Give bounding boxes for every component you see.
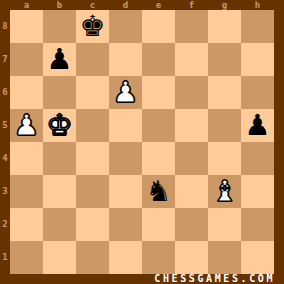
file-label-d: d [109,0,142,10]
square-b6 [43,76,76,109]
square-f3 [175,175,208,208]
square-d4 [109,142,142,175]
square-f1 [175,241,208,274]
black-pawn: ♟ [241,109,274,142]
square-d1 [109,241,142,274]
file-label-a: a [10,0,43,10]
black-pawn: ♟ [43,43,76,76]
square-c4 [76,142,109,175]
square-a3 [10,175,43,208]
square-e5 [142,109,175,142]
square-g2 [208,208,241,241]
square-g6 [208,76,241,109]
square-c2 [76,208,109,241]
square-d8 [109,10,142,43]
white-king: ♚ [43,109,76,142]
white-bishop: ♝ [208,175,241,208]
site-logo-text[interactable]: CHESSGAMES.COM [154,274,275,284]
square-h6 [241,76,274,109]
square-a1 [10,241,43,274]
rank-label-7: 7 [0,43,10,76]
square-e8 [142,10,175,43]
square-g8 [208,10,241,43]
square-b4 [43,142,76,175]
square-h3 [241,175,274,208]
file-label-b: b [43,0,76,10]
rank-label-3: 3 [0,175,10,208]
file-label-c: c [76,0,109,10]
chess-board: ♚♟♟♟♚♟♞♝ [10,10,274,274]
square-h7 [241,43,274,76]
square-a7 [10,43,43,76]
square-f5 [175,109,208,142]
square-f2 [175,208,208,241]
square-e7 [142,43,175,76]
square-f4 [175,142,208,175]
square-c8: ♚ [76,10,109,43]
white-pawn: ♟ [10,109,43,142]
square-e4 [142,142,175,175]
square-e3: ♞ [142,175,175,208]
file-label-g: g [208,0,241,10]
square-e2 [142,208,175,241]
square-b5: ♚ [43,109,76,142]
square-g5 [208,109,241,142]
square-d7 [109,43,142,76]
square-d3 [109,175,142,208]
square-h4 [241,142,274,175]
square-d5 [109,109,142,142]
square-b2 [43,208,76,241]
chess-diagram: ♚♟♟♟♚♟♞♝ abcdefgh 87654321 CHESSGAMES.CO… [0,0,284,284]
square-b3 [43,175,76,208]
square-c3 [76,175,109,208]
file-label-e: e [142,0,175,10]
black-king: ♚ [76,10,109,43]
square-a8 [10,10,43,43]
square-e6 [142,76,175,109]
square-e1 [142,241,175,274]
rank-label-5: 5 [0,109,10,142]
square-b8 [43,10,76,43]
square-g1 [208,241,241,274]
square-f7 [175,43,208,76]
rank-label-1: 1 [0,241,10,274]
square-a6 [10,76,43,109]
square-c5 [76,109,109,142]
square-h8 [241,10,274,43]
rank-label-2: 2 [0,208,10,241]
square-g7 [208,43,241,76]
square-g3: ♝ [208,175,241,208]
square-c7 [76,43,109,76]
square-h1 [241,241,274,274]
square-h5: ♟ [241,109,274,142]
rank-label-8: 8 [0,10,10,43]
rank-label-6: 6 [0,76,10,109]
square-b1 [43,241,76,274]
square-a2 [10,208,43,241]
file-label-h: h [241,0,274,10]
square-a4 [10,142,43,175]
white-pawn: ♟ [109,76,142,109]
square-d6: ♟ [109,76,142,109]
square-h2 [241,208,274,241]
square-c6 [76,76,109,109]
file-label-f: f [175,0,208,10]
black-knight: ♞ [142,175,175,208]
square-a5: ♟ [10,109,43,142]
square-d2 [109,208,142,241]
square-f6 [175,76,208,109]
square-c1 [76,241,109,274]
rank-label-4: 4 [0,142,10,175]
square-g4 [208,142,241,175]
square-f8 [175,10,208,43]
square-b7: ♟ [43,43,76,76]
